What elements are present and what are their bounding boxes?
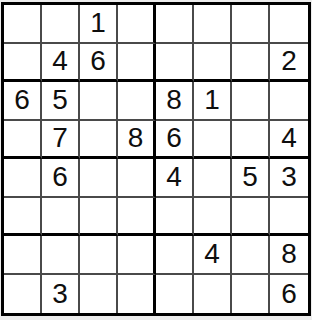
cell-r7c5[interactable] <box>156 236 194 275</box>
cell-r6c4[interactable] <box>118 198 156 237</box>
cell-r8c4[interactable] <box>118 275 156 314</box>
cell-r1c1[interactable] <box>4 5 42 44</box>
cell-r7c2[interactable] <box>42 236 80 275</box>
cell-r7c3[interactable] <box>80 236 118 275</box>
sudoku-board: 14626581786464534836 <box>1 2 311 316</box>
cell-r6c8[interactable] <box>270 198 308 237</box>
cell-r8c8[interactable]: 6 <box>270 275 308 314</box>
cell-r3c2[interactable]: 5 <box>42 82 80 121</box>
cell-r8c5[interactable] <box>156 275 194 314</box>
cell-r4c1[interactable] <box>4 121 42 160</box>
cell-r5c4[interactable] <box>118 159 156 198</box>
cell-r2c5[interactable] <box>156 44 194 83</box>
cell-r5c8[interactable]: 3 <box>270 159 308 198</box>
cell-r1c7[interactable] <box>232 5 270 44</box>
cell-r3c7[interactable] <box>232 82 270 121</box>
cell-r2c8[interactable]: 2 <box>270 44 308 83</box>
cell-r1c6[interactable] <box>194 5 232 44</box>
cell-r2c6[interactable] <box>194 44 232 83</box>
cell-r1c4[interactable] <box>118 5 156 44</box>
cell-r1c3[interactable]: 1 <box>80 5 118 44</box>
cell-r5c6[interactable] <box>194 159 232 198</box>
cell-r5c5[interactable]: 4 <box>156 159 194 198</box>
cell-r6c3[interactable] <box>80 198 118 237</box>
cell-r3c5[interactable]: 8 <box>156 82 194 121</box>
cell-r8c1[interactable] <box>4 275 42 314</box>
cell-r6c1[interactable] <box>4 198 42 237</box>
cell-r7c8[interactable]: 8 <box>270 236 308 275</box>
cell-r7c7[interactable] <box>232 236 270 275</box>
cell-r4c8[interactable]: 4 <box>270 121 308 160</box>
cell-r2c2[interactable]: 4 <box>42 44 80 83</box>
cell-r3c3[interactable] <box>80 82 118 121</box>
cell-r5c2[interactable]: 6 <box>42 159 80 198</box>
cell-r2c7[interactable] <box>232 44 270 83</box>
cell-r4c4[interactable]: 8 <box>118 121 156 160</box>
cell-r7c6[interactable]: 4 <box>194 236 232 275</box>
cell-r6c7[interactable] <box>232 198 270 237</box>
cell-r8c3[interactable] <box>80 275 118 314</box>
cell-r2c1[interactable] <box>4 44 42 83</box>
cell-r4c6[interactable] <box>194 121 232 160</box>
cell-r8c2[interactable]: 3 <box>42 275 80 314</box>
cell-r4c5[interactable]: 6 <box>156 121 194 160</box>
cell-r4c3[interactable] <box>80 121 118 160</box>
cell-r6c5[interactable] <box>156 198 194 237</box>
cell-r5c1[interactable] <box>4 159 42 198</box>
cell-r8c7[interactable] <box>232 275 270 314</box>
cell-r7c4[interactable] <box>118 236 156 275</box>
cell-r7c1[interactable] <box>4 236 42 275</box>
cell-r1c5[interactable] <box>156 5 194 44</box>
cell-r1c2[interactable] <box>42 5 80 44</box>
cell-r6c6[interactable] <box>194 198 232 237</box>
cell-r4c2[interactable]: 7 <box>42 121 80 160</box>
cell-r2c3[interactable]: 6 <box>80 44 118 83</box>
cell-r5c7[interactable]: 5 <box>232 159 270 198</box>
cell-r3c6[interactable]: 1 <box>194 82 232 121</box>
page: { "game": "sudoku", "variant": "8x8 sudo… <box>0 0 312 320</box>
cell-r2c4[interactable] <box>118 44 156 83</box>
cell-r3c4[interactable] <box>118 82 156 121</box>
cell-r6c2[interactable] <box>42 198 80 237</box>
cell-r3c8[interactable] <box>270 82 308 121</box>
cell-r8c6[interactable] <box>194 275 232 314</box>
cell-r1c8[interactable] <box>270 5 308 44</box>
cell-r5c3[interactable] <box>80 159 118 198</box>
cell-r4c7[interactable] <box>232 121 270 160</box>
cell-r3c1[interactable]: 6 <box>4 82 42 121</box>
